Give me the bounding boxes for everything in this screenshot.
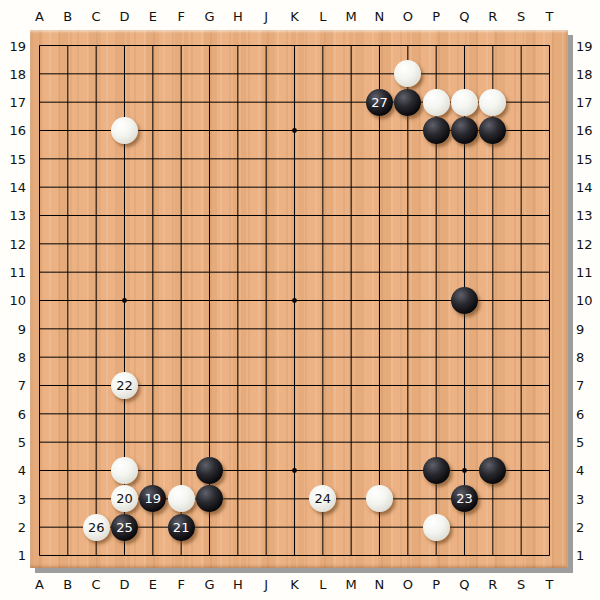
point-L2[interactable] xyxy=(309,513,337,541)
point-K14[interactable] xyxy=(280,173,308,201)
point-M12[interactable] xyxy=(337,230,365,258)
point-C3[interactable] xyxy=(82,485,110,513)
point-H9[interactable] xyxy=(224,315,252,343)
point-K17[interactable] xyxy=(280,88,308,116)
point-T16[interactable] xyxy=(535,116,563,144)
point-B15[interactable] xyxy=(54,145,82,173)
point-G7[interactable] xyxy=(195,371,223,399)
point-E4[interactable] xyxy=(139,456,167,484)
point-L14[interactable] xyxy=(309,173,337,201)
point-O2[interactable] xyxy=(394,513,422,541)
point-G19[interactable] xyxy=(195,31,223,59)
point-D17[interactable] xyxy=(110,88,138,116)
point-Q19[interactable] xyxy=(450,31,478,59)
point-P13[interactable] xyxy=(422,201,450,229)
point-P4[interactable] xyxy=(422,456,450,484)
point-G14[interactable] xyxy=(195,173,223,201)
point-K11[interactable] xyxy=(280,258,308,286)
point-Q8[interactable] xyxy=(450,343,478,371)
point-M14[interactable] xyxy=(337,173,365,201)
point-C4[interactable] xyxy=(82,456,110,484)
point-A17[interactable] xyxy=(25,88,53,116)
point-G1[interactable] xyxy=(195,541,223,569)
point-C10[interactable] xyxy=(82,286,110,314)
point-B8[interactable] xyxy=(54,343,82,371)
point-R9[interactable] xyxy=(479,315,507,343)
point-T8[interactable] xyxy=(535,343,563,371)
point-O11[interactable] xyxy=(394,258,422,286)
point-O19[interactable] xyxy=(394,31,422,59)
point-K12[interactable] xyxy=(280,230,308,258)
stone-black-Q10[interactable] xyxy=(451,287,478,314)
point-M18[interactable] xyxy=(337,60,365,88)
point-E11[interactable] xyxy=(139,258,167,286)
point-A19[interactable] xyxy=(25,31,53,59)
stone-white-P2[interactable] xyxy=(423,514,450,541)
point-P7[interactable] xyxy=(422,371,450,399)
point-Q12[interactable] xyxy=(450,230,478,258)
point-P8[interactable] xyxy=(422,343,450,371)
point-E13[interactable] xyxy=(139,201,167,229)
point-T6[interactable] xyxy=(535,400,563,428)
point-A18[interactable] xyxy=(25,60,53,88)
point-A1[interactable] xyxy=(25,541,53,569)
point-S11[interactable] xyxy=(507,258,535,286)
point-M6[interactable] xyxy=(337,400,365,428)
point-N17[interactable]: 27 xyxy=(365,88,393,116)
point-O18[interactable] xyxy=(394,60,422,88)
point-G10[interactable] xyxy=(195,286,223,314)
point-E9[interactable] xyxy=(139,315,167,343)
point-B13[interactable] xyxy=(54,201,82,229)
stone-white-D4[interactable] xyxy=(111,457,138,484)
point-T7[interactable] xyxy=(535,371,563,399)
point-P9[interactable] xyxy=(422,315,450,343)
point-O13[interactable] xyxy=(394,201,422,229)
point-N10[interactable] xyxy=(365,286,393,314)
point-J5[interactable] xyxy=(252,428,280,456)
point-T18[interactable] xyxy=(535,60,563,88)
point-T9[interactable] xyxy=(535,315,563,343)
point-A10[interactable] xyxy=(25,286,53,314)
point-G11[interactable] xyxy=(195,258,223,286)
point-T5[interactable] xyxy=(535,428,563,456)
point-C13[interactable] xyxy=(82,201,110,229)
stone-white-R17[interactable] xyxy=(479,89,506,116)
point-B10[interactable] xyxy=(54,286,82,314)
point-R5[interactable] xyxy=(479,428,507,456)
point-S2[interactable] xyxy=(507,513,535,541)
point-N7[interactable] xyxy=(365,371,393,399)
point-C15[interactable] xyxy=(82,145,110,173)
point-G18[interactable] xyxy=(195,60,223,88)
point-R16[interactable] xyxy=(479,116,507,144)
point-N15[interactable] xyxy=(365,145,393,173)
point-J17[interactable] xyxy=(252,88,280,116)
point-E18[interactable] xyxy=(139,60,167,88)
stone-white-P17[interactable] xyxy=(423,89,450,116)
point-M19[interactable] xyxy=(337,31,365,59)
point-J11[interactable] xyxy=(252,258,280,286)
point-P12[interactable] xyxy=(422,230,450,258)
point-E1[interactable] xyxy=(139,541,167,569)
point-J13[interactable] xyxy=(252,201,280,229)
point-C11[interactable] xyxy=(82,258,110,286)
point-P18[interactable] xyxy=(422,60,450,88)
point-Q1[interactable] xyxy=(450,541,478,569)
point-D10[interactable] xyxy=(110,286,138,314)
point-L8[interactable] xyxy=(309,343,337,371)
point-A8[interactable] xyxy=(25,343,53,371)
point-L13[interactable] xyxy=(309,201,337,229)
point-J3[interactable] xyxy=(252,485,280,513)
point-T10[interactable] xyxy=(535,286,563,314)
point-C16[interactable] xyxy=(82,116,110,144)
point-R10[interactable] xyxy=(479,286,507,314)
point-C14[interactable] xyxy=(82,173,110,201)
point-M10[interactable] xyxy=(337,286,365,314)
point-F15[interactable] xyxy=(167,145,195,173)
point-J7[interactable] xyxy=(252,371,280,399)
point-L18[interactable] xyxy=(309,60,337,88)
point-B3[interactable] xyxy=(54,485,82,513)
point-D15[interactable] xyxy=(110,145,138,173)
point-B19[interactable] xyxy=(54,31,82,59)
point-E5[interactable] xyxy=(139,428,167,456)
point-G17[interactable] xyxy=(195,88,223,116)
point-H5[interactable] xyxy=(224,428,252,456)
point-E2[interactable] xyxy=(139,513,167,541)
point-S18[interactable] xyxy=(507,60,535,88)
point-Q7[interactable] xyxy=(450,371,478,399)
point-M16[interactable] xyxy=(337,116,365,144)
point-E3[interactable]: 19 xyxy=(139,485,167,513)
point-A7[interactable] xyxy=(25,371,53,399)
point-G4[interactable] xyxy=(195,456,223,484)
point-S4[interactable] xyxy=(507,456,535,484)
point-G6[interactable] xyxy=(195,400,223,428)
point-T19[interactable] xyxy=(535,31,563,59)
point-N12[interactable] xyxy=(365,230,393,258)
point-H12[interactable] xyxy=(224,230,252,258)
point-K6[interactable] xyxy=(280,400,308,428)
point-N2[interactable] xyxy=(365,513,393,541)
point-O10[interactable] xyxy=(394,286,422,314)
point-M4[interactable] xyxy=(337,456,365,484)
point-E8[interactable] xyxy=(139,343,167,371)
point-J2[interactable] xyxy=(252,513,280,541)
point-K13[interactable] xyxy=(280,201,308,229)
point-L3[interactable]: 24 xyxy=(309,485,337,513)
stone-black-O17[interactable] xyxy=(394,89,421,116)
point-P5[interactable] xyxy=(422,428,450,456)
point-M7[interactable] xyxy=(337,371,365,399)
stone-white-D3[interactable]: 20 xyxy=(111,485,138,512)
point-F7[interactable] xyxy=(167,371,195,399)
point-M1[interactable] xyxy=(337,541,365,569)
point-P11[interactable] xyxy=(422,258,450,286)
point-B18[interactable] xyxy=(54,60,82,88)
point-H8[interactable] xyxy=(224,343,252,371)
point-R13[interactable] xyxy=(479,201,507,229)
point-S17[interactable] xyxy=(507,88,535,116)
point-L12[interactable] xyxy=(309,230,337,258)
point-R6[interactable] xyxy=(479,400,507,428)
point-T11[interactable] xyxy=(535,258,563,286)
point-G12[interactable] xyxy=(195,230,223,258)
stone-black-G3[interactable] xyxy=(196,485,223,512)
point-A5[interactable] xyxy=(25,428,53,456)
point-M11[interactable] xyxy=(337,258,365,286)
point-A16[interactable] xyxy=(25,116,53,144)
point-E15[interactable] xyxy=(139,145,167,173)
point-H17[interactable] xyxy=(224,88,252,116)
point-J4[interactable] xyxy=(252,456,280,484)
point-C1[interactable] xyxy=(82,541,110,569)
point-A2[interactable] xyxy=(25,513,53,541)
point-P19[interactable] xyxy=(422,31,450,59)
point-E16[interactable] xyxy=(139,116,167,144)
point-T2[interactable] xyxy=(535,513,563,541)
point-D12[interactable] xyxy=(110,230,138,258)
point-O5[interactable] xyxy=(394,428,422,456)
point-O16[interactable] xyxy=(394,116,422,144)
point-D5[interactable] xyxy=(110,428,138,456)
point-S10[interactable] xyxy=(507,286,535,314)
point-S12[interactable] xyxy=(507,230,535,258)
point-Q10[interactable] xyxy=(450,286,478,314)
point-D8[interactable] xyxy=(110,343,138,371)
point-F3[interactable] xyxy=(167,485,195,513)
point-J9[interactable] xyxy=(252,315,280,343)
point-S16[interactable] xyxy=(507,116,535,144)
point-R7[interactable] xyxy=(479,371,507,399)
stone-white-D16[interactable] xyxy=(111,117,138,144)
point-T14[interactable] xyxy=(535,173,563,201)
point-K15[interactable] xyxy=(280,145,308,173)
point-K8[interactable] xyxy=(280,343,308,371)
point-E10[interactable] xyxy=(139,286,167,314)
point-P17[interactable] xyxy=(422,88,450,116)
point-G13[interactable] xyxy=(195,201,223,229)
point-O9[interactable] xyxy=(394,315,422,343)
point-P14[interactable] xyxy=(422,173,450,201)
stone-black-E3[interactable]: 19 xyxy=(139,485,166,512)
point-D3[interactable]: 20 xyxy=(110,485,138,513)
point-T17[interactable] xyxy=(535,88,563,116)
point-D4[interactable] xyxy=(110,456,138,484)
point-L16[interactable] xyxy=(309,116,337,144)
point-S13[interactable] xyxy=(507,201,535,229)
stone-black-P4[interactable] xyxy=(423,457,450,484)
point-F11[interactable] xyxy=(167,258,195,286)
point-O15[interactable] xyxy=(394,145,422,173)
point-P6[interactable] xyxy=(422,400,450,428)
stone-black-Q3[interactable]: 23 xyxy=(451,485,478,512)
point-G16[interactable] xyxy=(195,116,223,144)
point-C17[interactable] xyxy=(82,88,110,116)
point-E17[interactable] xyxy=(139,88,167,116)
point-D1[interactable] xyxy=(110,541,138,569)
stone-black-G4[interactable] xyxy=(196,457,223,484)
point-N16[interactable] xyxy=(365,116,393,144)
point-O6[interactable] xyxy=(394,400,422,428)
point-L19[interactable] xyxy=(309,31,337,59)
point-C12[interactable] xyxy=(82,230,110,258)
point-Q16[interactable] xyxy=(450,116,478,144)
point-J16[interactable] xyxy=(252,116,280,144)
point-B14[interactable] xyxy=(54,173,82,201)
point-L11[interactable] xyxy=(309,258,337,286)
point-H1[interactable] xyxy=(224,541,252,569)
point-J6[interactable] xyxy=(252,400,280,428)
point-C8[interactable] xyxy=(82,343,110,371)
point-B5[interactable] xyxy=(54,428,82,456)
point-F5[interactable] xyxy=(167,428,195,456)
point-T3[interactable] xyxy=(535,485,563,513)
point-F8[interactable] xyxy=(167,343,195,371)
point-D19[interactable] xyxy=(110,31,138,59)
point-P15[interactable] xyxy=(422,145,450,173)
point-H7[interactable] xyxy=(224,371,252,399)
point-K18[interactable] xyxy=(280,60,308,88)
point-S9[interactable] xyxy=(507,315,535,343)
stone-white-C2[interactable]: 26 xyxy=(83,514,110,541)
point-T4[interactable] xyxy=(535,456,563,484)
point-A4[interactable] xyxy=(25,456,53,484)
point-D16[interactable] xyxy=(110,116,138,144)
point-B9[interactable] xyxy=(54,315,82,343)
point-G2[interactable] xyxy=(195,513,223,541)
point-Q4[interactable] xyxy=(450,456,478,484)
point-P10[interactable] xyxy=(422,286,450,314)
point-N9[interactable] xyxy=(365,315,393,343)
point-N11[interactable] xyxy=(365,258,393,286)
stone-black-F2[interactable]: 21 xyxy=(168,514,195,541)
point-B2[interactable] xyxy=(54,513,82,541)
point-S8[interactable] xyxy=(507,343,535,371)
point-D9[interactable] xyxy=(110,315,138,343)
point-A13[interactable] xyxy=(25,201,53,229)
point-H6[interactable] xyxy=(224,400,252,428)
point-K5[interactable] xyxy=(280,428,308,456)
point-Q15[interactable] xyxy=(450,145,478,173)
point-D2[interactable]: 25 xyxy=(110,513,138,541)
point-R11[interactable] xyxy=(479,258,507,286)
point-R18[interactable] xyxy=(479,60,507,88)
point-L1[interactable] xyxy=(309,541,337,569)
point-J14[interactable] xyxy=(252,173,280,201)
point-S3[interactable] xyxy=(507,485,535,513)
point-K19[interactable] xyxy=(280,31,308,59)
point-Q2[interactable] xyxy=(450,513,478,541)
point-L7[interactable] xyxy=(309,371,337,399)
stone-white-D7[interactable]: 22 xyxy=(111,372,138,399)
point-K10[interactable] xyxy=(280,286,308,314)
point-F6[interactable] xyxy=(167,400,195,428)
point-D6[interactable] xyxy=(110,400,138,428)
point-L4[interactable] xyxy=(309,456,337,484)
point-F10[interactable] xyxy=(167,286,195,314)
point-H3[interactable] xyxy=(224,485,252,513)
stone-white-L3[interactable]: 24 xyxy=(309,485,336,512)
point-O14[interactable] xyxy=(394,173,422,201)
point-B6[interactable] xyxy=(54,400,82,428)
point-R14[interactable] xyxy=(479,173,507,201)
point-A12[interactable] xyxy=(25,230,53,258)
point-F14[interactable] xyxy=(167,173,195,201)
point-A6[interactable] xyxy=(25,400,53,428)
point-J15[interactable] xyxy=(252,145,280,173)
point-P3[interactable] xyxy=(422,485,450,513)
stone-white-N3[interactable] xyxy=(366,485,393,512)
point-J18[interactable] xyxy=(252,60,280,88)
point-E19[interactable] xyxy=(139,31,167,59)
point-F18[interactable] xyxy=(167,60,195,88)
stone-white-Q17[interactable] xyxy=(451,89,478,116)
point-K9[interactable] xyxy=(280,315,308,343)
point-F17[interactable] xyxy=(167,88,195,116)
point-M3[interactable] xyxy=(337,485,365,513)
point-K7[interactable] xyxy=(280,371,308,399)
point-L6[interactable] xyxy=(309,400,337,428)
point-H18[interactable] xyxy=(224,60,252,88)
point-R2[interactable] xyxy=(479,513,507,541)
point-K1[interactable] xyxy=(280,541,308,569)
point-M15[interactable] xyxy=(337,145,365,173)
point-B1[interactable] xyxy=(54,541,82,569)
point-R19[interactable] xyxy=(479,31,507,59)
point-Q6[interactable] xyxy=(450,400,478,428)
point-B4[interactable] xyxy=(54,456,82,484)
point-M9[interactable] xyxy=(337,315,365,343)
point-D11[interactable] xyxy=(110,258,138,286)
point-A15[interactable] xyxy=(25,145,53,173)
point-M5[interactable] xyxy=(337,428,365,456)
point-E7[interactable] xyxy=(139,371,167,399)
point-N6[interactable] xyxy=(365,400,393,428)
point-H19[interactable] xyxy=(224,31,252,59)
stone-black-P16[interactable] xyxy=(423,117,450,144)
point-A9[interactable] xyxy=(25,315,53,343)
point-F12[interactable] xyxy=(167,230,195,258)
point-H4[interactable] xyxy=(224,456,252,484)
point-Q9[interactable] xyxy=(450,315,478,343)
point-Q11[interactable] xyxy=(450,258,478,286)
point-P2[interactable] xyxy=(422,513,450,541)
point-F9[interactable] xyxy=(167,315,195,343)
point-O8[interactable] xyxy=(394,343,422,371)
point-S14[interactable] xyxy=(507,173,535,201)
point-L9[interactable] xyxy=(309,315,337,343)
point-B12[interactable] xyxy=(54,230,82,258)
point-N18[interactable] xyxy=(365,60,393,88)
point-N13[interactable] xyxy=(365,201,393,229)
point-P1[interactable] xyxy=(422,541,450,569)
point-J8[interactable] xyxy=(252,343,280,371)
point-T1[interactable] xyxy=(535,541,563,569)
point-R1[interactable] xyxy=(479,541,507,569)
point-N5[interactable] xyxy=(365,428,393,456)
point-G9[interactable] xyxy=(195,315,223,343)
point-B7[interactable] xyxy=(54,371,82,399)
point-Q13[interactable] xyxy=(450,201,478,229)
point-G8[interactable] xyxy=(195,343,223,371)
point-C6[interactable] xyxy=(82,400,110,428)
point-A11[interactable] xyxy=(25,258,53,286)
point-M17[interactable] xyxy=(337,88,365,116)
point-M13[interactable] xyxy=(337,201,365,229)
